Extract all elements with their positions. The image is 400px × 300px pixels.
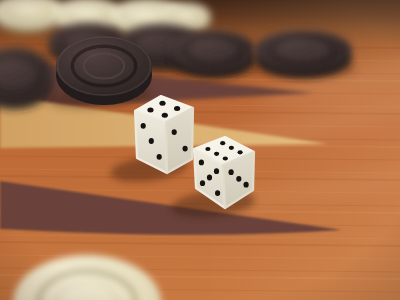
vignette bbox=[0, 0, 400, 300]
scene-svg bbox=[0, 0, 400, 300]
backgammon-scene bbox=[0, 0, 400, 300]
